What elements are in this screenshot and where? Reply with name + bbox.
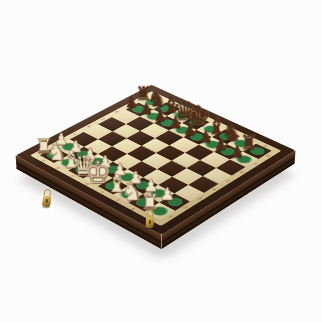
chess-set-photo: ♜♞♝♛♚♝♞♜♟♟♟♟♟♟♟♟♟♟♟♟♟♟♟♟♜♞♝♛♚♝♞♜ aabbccd… xyxy=(0,0,322,322)
clasp-knob xyxy=(148,220,151,224)
black-pawn-icon: ♟ xyxy=(154,108,168,124)
brass-clasp-left xyxy=(39,188,55,210)
black-pawn-icon: ♟ xyxy=(214,136,228,152)
black-pawn-icon: ♟ xyxy=(140,101,154,116)
square-f4 xyxy=(157,161,187,177)
black-pawn-icon: ♟ xyxy=(169,115,183,131)
black-pawn-icon: ♟ xyxy=(184,122,198,138)
black-pawn-icon: ♟ xyxy=(125,95,139,110)
brass-clasp-front-corner xyxy=(142,210,156,231)
black-pawn-icon: ♟ xyxy=(199,129,213,145)
black-pawn-icon: ♟ xyxy=(230,144,245,160)
white-pawn-icon: ♟ xyxy=(159,186,174,203)
